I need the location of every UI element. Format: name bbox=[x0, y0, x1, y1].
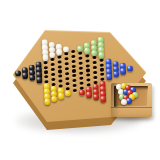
product-photo bbox=[0, 0, 160, 160]
white-marble[interactable] bbox=[121, 99, 127, 105]
drawer-marbles bbox=[0, 0, 160, 160]
